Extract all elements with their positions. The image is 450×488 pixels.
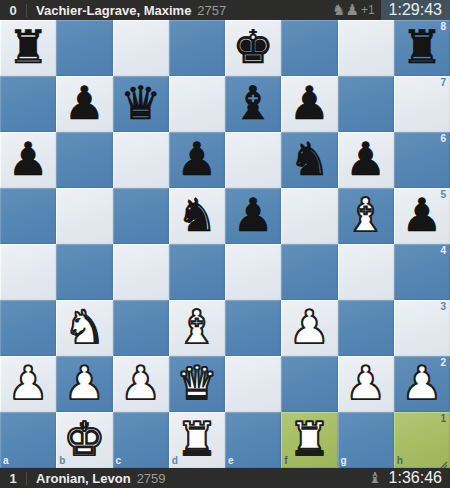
square-h4[interactable]: 4 [394,244,450,300]
divider [26,472,27,485]
black-pawn: ♟ [233,192,274,238]
square-c2[interactable]: ♟ [113,356,169,412]
file-label-c: c [116,456,122,466]
square-h5[interactable]: ♟5 [394,188,450,244]
square-e1[interactable]: e [225,412,281,468]
file-label-a: a [3,456,9,466]
chess-board: ♜♚♜8♟♛♝♟7♟♟♞♟6♞♟♝♟54♞♝♟3♟♟♟♛♟♟2a♚bc♜de♜f… [0,20,450,468]
square-e5[interactable]: ♟ [225,188,281,244]
square-d1[interactable]: ♜d [169,412,225,468]
file-label-b: b [59,456,65,466]
rank-label-6: 6 [440,134,446,144]
square-f8[interactable] [281,20,337,76]
square-f3[interactable]: ♟ [281,300,337,356]
square-h3[interactable]: 3 [394,300,450,356]
square-h6[interactable]: 6 [394,132,450,188]
square-f6[interactable]: ♞ [281,132,337,188]
square-f7[interactable]: ♟ [281,76,337,132]
white-bishop: ♝ [176,304,217,350]
white-rook: ♜ [289,416,330,462]
white-pawn: ♟ [120,360,161,406]
square-d5[interactable]: ♞ [169,188,225,244]
square-e3[interactable] [225,300,281,356]
square-g8[interactable] [338,20,394,76]
white-knight: ♞ [64,304,105,350]
square-d8[interactable] [169,20,225,76]
square-a6[interactable]: ♟ [0,132,56,188]
square-e4[interactable] [225,244,281,300]
bottom-player-score: 1 [0,471,26,486]
white-bishop: ♝ [345,192,386,238]
captured-pawn-icon: ♟ [345,3,357,18]
white-pawn: ♟ [289,304,330,350]
rank-label-2: 2 [440,358,446,368]
square-b5[interactable] [56,188,112,244]
rank-label-4: 4 [440,246,446,256]
bottom-player-rating: 2759 [137,471,166,486]
file-label-g: g [341,456,347,466]
black-pawn: ♟ [289,80,330,126]
top-player-name: Vachier-Lagrave, Maxime [36,3,191,18]
top-player-clock: 1:29:43 [381,0,450,20]
rank-label-5: 5 [440,190,446,200]
material-advantage-badge: +1 [361,3,375,17]
square-d7[interactable] [169,76,225,132]
square-a7[interactable] [0,76,56,132]
square-d2[interactable]: ♛ [169,356,225,412]
rank-label-1: 1 [440,414,446,424]
square-b7[interactable]: ♟ [56,76,112,132]
black-bishop: ♝ [233,80,274,126]
square-f1[interactable]: ♜f [281,412,337,468]
black-pawn: ♟ [401,192,442,238]
captured-bishop-icon: ♝ [368,471,380,486]
square-a3[interactable] [0,300,56,356]
black-queen: ♛ [120,80,161,126]
square-g4[interactable] [338,244,394,300]
square-c7[interactable]: ♛ [113,76,169,132]
rank-label-3: 3 [440,302,446,312]
bottom-player-bar[interactable]: 1 Aronian, Levon 2759 ♝ 1:36:46 [0,468,450,488]
square-a2[interactable]: ♟ [0,356,56,412]
square-a5[interactable] [0,188,56,244]
square-g1[interactable]: g [338,412,394,468]
file-label-e: e [228,456,234,466]
captured-knight-icon: ♞ [332,3,344,18]
top-captured-pieces: ♞♟ [331,3,358,18]
square-d4[interactable] [169,244,225,300]
white-queen: ♛ [176,360,217,406]
white-pawn: ♟ [8,360,49,406]
square-b8[interactable] [56,20,112,76]
square-b3[interactable]: ♞ [56,300,112,356]
square-h7[interactable]: 7 [394,76,450,132]
chess-game-screen: 0 Vachier-Lagrave, Maxime 2757 ♞♟ +1 1:2… [0,0,450,488]
top-player-bar[interactable]: 0 Vachier-Lagrave, Maxime 2757 ♞♟ +1 1:2… [0,0,450,20]
square-c4[interactable] [113,244,169,300]
bottom-captured-pieces: ♝ [367,471,380,486]
file-label-d: d [172,456,178,466]
bottom-player-clock: 1:36:46 [381,468,450,488]
square-c1[interactable]: c [113,412,169,468]
file-label-f: f [284,456,287,466]
rank-label-7: 7 [440,78,446,88]
square-b4[interactable] [56,244,112,300]
square-e8[interactable]: ♚ [225,20,281,76]
square-d6[interactable]: ♟ [169,132,225,188]
square-c3[interactable] [113,300,169,356]
square-e6[interactable] [225,132,281,188]
black-pawn: ♟ [64,80,105,126]
white-pawn: ♟ [401,360,442,406]
square-g5[interactable]: ♝ [338,188,394,244]
square-c6[interactable] [113,132,169,188]
rank-label-8: 8 [440,22,446,32]
white-pawn: ♟ [64,360,105,406]
black-pawn: ♟ [345,136,386,182]
square-h1[interactable]: 1h [394,412,450,468]
black-knight: ♞ [176,192,217,238]
divider [26,4,27,17]
square-e2[interactable] [225,356,281,412]
square-c8[interactable] [113,20,169,76]
square-f2[interactable] [281,356,337,412]
square-b2[interactable]: ♟ [56,356,112,412]
square-g6[interactable]: ♟ [338,132,394,188]
white-pawn: ♟ [345,360,386,406]
square-d3[interactable]: ♝ [169,300,225,356]
square-h2[interactable]: ♟2 [394,356,450,412]
square-g7[interactable] [338,76,394,132]
top-player-rating: 2757 [197,3,226,18]
square-b1[interactable]: ♚b [56,412,112,468]
square-c5[interactable] [113,188,169,244]
bottom-player-name: Aronian, Levon [36,471,131,486]
square-f4[interactable] [281,244,337,300]
square-a4[interactable] [0,244,56,300]
white-king: ♚ [64,416,105,462]
square-b6[interactable] [56,132,112,188]
square-e7[interactable]: ♝ [225,76,281,132]
square-g3[interactable] [338,300,394,356]
black-pawn: ♟ [176,136,217,182]
black-rook: ♜ [8,24,49,70]
black-king: ♚ [233,24,274,70]
square-f5[interactable] [281,188,337,244]
top-player-score: 0 [0,3,26,18]
board-resize-handle-icon[interactable] [437,455,448,466]
square-h8[interactable]: ♜8 [394,20,450,76]
black-knight: ♞ [289,136,330,182]
square-a8[interactable]: ♜ [0,20,56,76]
square-g2[interactable]: ♟ [338,356,394,412]
white-rook: ♜ [176,416,217,462]
square-a1[interactable]: a [0,412,56,468]
file-label-h: h [397,456,403,466]
black-rook: ♜ [401,24,442,70]
black-pawn: ♟ [8,136,49,182]
